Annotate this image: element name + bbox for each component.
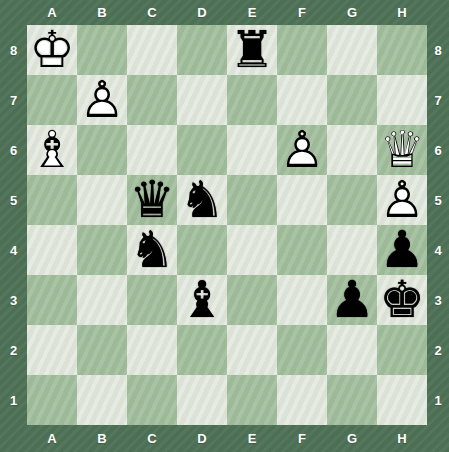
file-label-top-c: C — [127, 0, 177, 25]
file-label-top-d: D — [177, 0, 227, 25]
file-label-top-g: G — [327, 0, 377, 25]
black-king-glyph: ♚ — [377, 275, 427, 325]
square-h4[interactable]: ♟ — [377, 225, 427, 275]
square-g7[interactable] — [327, 75, 377, 125]
square-a4[interactable] — [27, 225, 77, 275]
file-labels-top: ABCDEFGH — [27, 0, 427, 25]
rank-label-left-1: 1 — [0, 375, 27, 425]
file-label-bottom-f: F — [277, 425, 327, 452]
square-g1[interactable] — [327, 375, 377, 425]
square-f7[interactable] — [277, 75, 327, 125]
black-knight[interactable]: ♞ — [127, 225, 177, 275]
square-a7[interactable] — [27, 75, 77, 125]
black-bishop[interactable]: ♝ — [177, 275, 227, 325]
square-h7[interactable] — [377, 75, 427, 125]
square-a3[interactable] — [27, 275, 77, 325]
square-g8[interactable] — [327, 25, 377, 75]
square-b5[interactable] — [77, 175, 127, 225]
white-queen[interactable]: ♛♕ — [377, 125, 427, 175]
black-rook-glyph: ♜ — [227, 25, 277, 75]
chess-diagram: ABCDEFGH 87654321 87654321 ABCDEFGH ♚♔♜♟… — [0, 0, 449, 452]
white-pawn-outline: ♙ — [277, 125, 327, 175]
black-pawn-glyph: ♟ — [327, 275, 377, 325]
white-queen-outline: ♕ — [377, 125, 427, 175]
square-b6[interactable] — [77, 125, 127, 175]
square-b2[interactable] — [77, 325, 127, 375]
black-pawn-glyph: ♟ — [377, 225, 427, 275]
square-e3[interactable] — [227, 275, 277, 325]
file-label-bottom-d: D — [177, 425, 227, 452]
square-a8[interactable]: ♚♔ — [27, 25, 77, 75]
file-label-bottom-g: G — [327, 425, 377, 452]
rank-label-right-7: 7 — [427, 75, 449, 125]
square-b4[interactable] — [77, 225, 127, 275]
square-f4[interactable] — [277, 225, 327, 275]
rank-label-right-5: 5 — [427, 175, 449, 225]
rank-label-right-1: 1 — [427, 375, 449, 425]
file-label-top-b: B — [77, 0, 127, 25]
square-e6[interactable] — [227, 125, 277, 175]
square-d3[interactable]: ♝ — [177, 275, 227, 325]
square-c2[interactable] — [127, 325, 177, 375]
square-d6[interactable] — [177, 125, 227, 175]
file-label-bottom-b: B — [77, 425, 127, 452]
black-king[interactable]: ♚ — [377, 275, 427, 325]
white-king-outline: ♔ — [27, 25, 77, 75]
black-bishop-glyph: ♝ — [177, 275, 227, 325]
black-pawn[interactable]: ♟ — [377, 225, 427, 275]
square-a1[interactable] — [27, 375, 77, 425]
square-c8[interactable] — [127, 25, 177, 75]
file-label-bottom-e: E — [227, 425, 277, 452]
rank-label-left-2: 2 — [0, 325, 27, 375]
white-pawn-outline: ♙ — [377, 175, 427, 225]
square-d5[interactable]: ♞ — [177, 175, 227, 225]
square-a5[interactable] — [27, 175, 77, 225]
square-b8[interactable] — [77, 25, 127, 75]
file-label-top-f: F — [277, 0, 327, 25]
square-f3[interactable] — [277, 275, 327, 325]
white-pawn[interactable]: ♟♙ — [277, 125, 327, 175]
square-h2[interactable] — [377, 325, 427, 375]
square-f5[interactable] — [277, 175, 327, 225]
square-f8[interactable] — [277, 25, 327, 75]
rank-label-right-4: 4 — [427, 225, 449, 275]
black-rook[interactable]: ♜ — [227, 25, 277, 75]
square-e1[interactable] — [227, 375, 277, 425]
white-pawn-outline: ♙ — [77, 75, 127, 125]
rank-label-left-8: 8 — [0, 25, 27, 75]
square-a6[interactable]: ♝♗ — [27, 125, 77, 175]
square-d1[interactable] — [177, 375, 227, 425]
square-e5[interactable] — [227, 175, 277, 225]
square-b1[interactable] — [77, 375, 127, 425]
square-c5[interactable]: ♛ — [127, 175, 177, 225]
black-pawn[interactable]: ♟ — [327, 275, 377, 325]
square-h6[interactable]: ♛♕ — [377, 125, 427, 175]
square-h8[interactable] — [377, 25, 427, 75]
square-b3[interactable] — [77, 275, 127, 325]
white-pawn[interactable]: ♟♙ — [377, 175, 427, 225]
square-g6[interactable] — [327, 125, 377, 175]
file-label-top-h: H — [377, 0, 427, 25]
white-king[interactable]: ♚♔ — [27, 25, 77, 75]
rank-label-right-8: 8 — [427, 25, 449, 75]
white-bishop-outline: ♗ — [27, 125, 77, 175]
square-b7[interactable]: ♟♙ — [77, 75, 127, 125]
chess-board[interactable]: ♚♔♜♟♙♝♗♟♙♛♕♛♞♟♙♞♟♝♟♚ — [27, 25, 427, 425]
black-knight-glyph: ♞ — [127, 225, 177, 275]
rank-labels-right: 87654321 — [427, 25, 449, 425]
square-c7[interactable] — [127, 75, 177, 125]
rank-label-left-5: 5 — [0, 175, 27, 225]
square-f1[interactable] — [277, 375, 327, 425]
black-queen-glyph: ♛ — [127, 175, 177, 225]
square-g4[interactable] — [327, 225, 377, 275]
square-c6[interactable] — [127, 125, 177, 175]
square-h1[interactable] — [377, 375, 427, 425]
square-c3[interactable] — [127, 275, 177, 325]
black-queen[interactable]: ♛ — [127, 175, 177, 225]
square-c1[interactable] — [127, 375, 177, 425]
rank-label-left-3: 3 — [0, 275, 27, 325]
square-a2[interactable] — [27, 325, 77, 375]
square-d2[interactable] — [177, 325, 227, 375]
file-label-bottom-c: C — [127, 425, 177, 452]
rank-labels-left: 87654321 — [0, 25, 27, 425]
rank-label-left-7: 7 — [0, 75, 27, 125]
rank-label-left-4: 4 — [0, 225, 27, 275]
square-e2[interactable] — [227, 325, 277, 375]
black-knight[interactable]: ♞ — [177, 175, 227, 225]
square-d4[interactable] — [177, 225, 227, 275]
square-g5[interactable] — [327, 175, 377, 225]
square-g3[interactable]: ♟ — [327, 275, 377, 325]
square-d7[interactable] — [177, 75, 227, 125]
file-label-bottom-h: H — [377, 425, 427, 452]
square-g2[interactable] — [327, 325, 377, 375]
square-c4[interactable]: ♞ — [127, 225, 177, 275]
rank-label-right-3: 3 — [427, 275, 449, 325]
square-e4[interactable] — [227, 225, 277, 275]
square-h5[interactable]: ♟♙ — [377, 175, 427, 225]
square-e8[interactable]: ♜ — [227, 25, 277, 75]
file-label-bottom-a: A — [27, 425, 77, 452]
file-labels-bottom: ABCDEFGH — [27, 425, 427, 452]
white-bishop[interactable]: ♝♗ — [27, 125, 77, 175]
square-f2[interactable] — [277, 325, 327, 375]
rank-label-left-6: 6 — [0, 125, 27, 175]
rank-label-right-6: 6 — [427, 125, 449, 175]
rank-label-right-2: 2 — [427, 325, 449, 375]
white-pawn[interactable]: ♟♙ — [77, 75, 127, 125]
square-d8[interactable] — [177, 25, 227, 75]
square-h3[interactable]: ♚ — [377, 275, 427, 325]
square-e7[interactable] — [227, 75, 277, 125]
square-f6[interactable]: ♟♙ — [277, 125, 327, 175]
black-knight-glyph: ♞ — [177, 175, 227, 225]
